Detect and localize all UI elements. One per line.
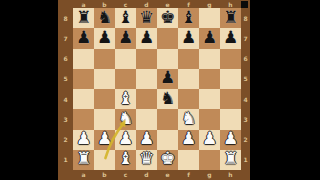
rank-label-4: 4 (241, 89, 250, 109)
rank-label-4: 4 (58, 89, 73, 109)
rank-labels-right: 87654321 (241, 8, 250, 170)
square-h5[interactable] (220, 69, 241, 89)
square-c5[interactable] (115, 69, 136, 89)
square-h8[interactable]: ♜ (220, 8, 241, 28)
square-g2[interactable]: ♟ (199, 130, 220, 150)
square-e6[interactable] (157, 49, 178, 69)
piece-black-pawn: ♟ (160, 69, 175, 86)
square-e5[interactable]: ♟ (157, 69, 178, 89)
square-a4[interactable] (73, 89, 94, 109)
piece-white-pawn: ♟ (202, 130, 217, 147)
square-f6[interactable] (178, 49, 199, 69)
piece-white-queen: ♛ (139, 150, 154, 167)
rank-label-3: 3 (241, 109, 250, 129)
square-e3[interactable] (157, 109, 178, 129)
square-c7[interactable]: ♟ (115, 28, 136, 48)
rank-labels-left: 87654321 (58, 8, 73, 170)
square-d2[interactable]: ♟ (136, 130, 157, 150)
square-h4[interactable] (220, 89, 241, 109)
piece-black-pawn: ♟ (181, 29, 196, 46)
square-c1[interactable]: ♝ (115, 150, 136, 170)
piece-white-pawn: ♟ (139, 130, 154, 147)
piece-white-rook: ♜ (76, 150, 91, 167)
file-label-c: c (115, 170, 136, 180)
piece-white-knight: ♞ (118, 110, 133, 127)
square-f5[interactable] (178, 69, 199, 89)
rank-label-8: 8 (58, 8, 73, 28)
square-b7[interactable]: ♟ (94, 28, 115, 48)
piece-black-knight: ♞ (160, 90, 175, 107)
square-b4[interactable] (94, 89, 115, 109)
piece-white-bishop: ♝ (118, 90, 133, 107)
square-d5[interactable] (136, 69, 157, 89)
piece-black-queen: ♛ (139, 9, 154, 26)
square-g8[interactable] (199, 8, 220, 28)
file-label-g: g (199, 0, 220, 8)
square-g6[interactable] (199, 49, 220, 69)
file-labels-bottom: abcdefgh (73, 170, 241, 180)
piece-white-pawn: ♟ (97, 130, 112, 147)
square-b6[interactable] (94, 49, 115, 69)
square-c6[interactable] (115, 49, 136, 69)
square-e4[interactable]: ♞ (157, 89, 178, 109)
file-label-b: b (94, 170, 115, 180)
piece-black-rook: ♜ (76, 9, 91, 26)
piece-black-pawn: ♟ (139, 29, 154, 46)
piece-black-king: ♚ (160, 9, 175, 26)
square-a6[interactable] (73, 49, 94, 69)
file-label-h: h (220, 170, 241, 180)
piece-black-bishop: ♝ (181, 9, 196, 26)
piece-white-bishop: ♝ (118, 150, 133, 167)
square-b8[interactable]: ♞ (94, 8, 115, 28)
square-g1[interactable] (199, 150, 220, 170)
square-f2[interactable]: ♟ (178, 130, 199, 150)
file-label-f: f (178, 170, 199, 180)
square-e8[interactable]: ♚ (157, 8, 178, 28)
square-c3[interactable]: ♞ (115, 109, 136, 129)
piece-black-pawn: ♟ (97, 29, 112, 46)
square-d7[interactable]: ♟ (136, 28, 157, 48)
piece-black-bishop: ♝ (118, 9, 133, 26)
video-frame: abcdefgh abcdefgh 87654321 87654321 ♜♞♝♛… (0, 0, 320, 180)
square-a5[interactable] (73, 69, 94, 89)
piece-white-pawn: ♟ (181, 130, 196, 147)
rank-label-7: 7 (58, 28, 73, 48)
square-a1[interactable]: ♜ (73, 150, 94, 170)
piece-black-pawn: ♟ (223, 29, 238, 46)
square-d1[interactable]: ♛ (136, 150, 157, 170)
square-c8[interactable]: ♝ (115, 8, 136, 28)
square-b1[interactable] (94, 150, 115, 170)
piece-white-pawn: ♟ (76, 130, 91, 147)
rank-label-2: 2 (241, 130, 250, 150)
square-h3[interactable] (220, 109, 241, 129)
rank-label-7: 7 (241, 28, 250, 48)
square-h6[interactable] (220, 49, 241, 69)
rank-label-8: 8 (241, 8, 250, 28)
piece-black-rook: ♜ (223, 9, 238, 26)
rank-label-3: 3 (58, 109, 73, 129)
square-d3[interactable] (136, 109, 157, 129)
square-b5[interactable] (94, 69, 115, 89)
piece-black-pawn: ♟ (118, 29, 133, 46)
file-label-g: g (199, 170, 220, 180)
square-d8[interactable]: ♛ (136, 8, 157, 28)
square-g4[interactable] (199, 89, 220, 109)
square-h7[interactable]: ♟ (220, 28, 241, 48)
square-a2[interactable]: ♟ (73, 130, 94, 150)
piece-white-king: ♚ (160, 150, 175, 167)
square-f7[interactable]: ♟ (178, 28, 199, 48)
piece-white-pawn: ♟ (223, 130, 238, 147)
square-d6[interactable] (136, 49, 157, 69)
rank-label-6: 6 (58, 49, 73, 69)
piece-black-pawn: ♟ (76, 29, 91, 46)
piece-black-knight: ♞ (97, 9, 112, 26)
square-d4[interactable] (136, 89, 157, 109)
board-squares: ♜♞♝♛♚♝♜♟♟♟♟♟♟♟♟♝♞♞♞♟♟♟♟♟♟♟♜♝♛♚♜ (73, 8, 241, 170)
square-b3[interactable] (94, 109, 115, 129)
square-f4[interactable] (178, 89, 199, 109)
square-e2[interactable] (157, 130, 178, 150)
piece-black-pawn: ♟ (202, 29, 217, 46)
square-e7[interactable] (157, 28, 178, 48)
piece-white-rook: ♜ (223, 150, 238, 167)
file-label-a: a (73, 170, 94, 180)
square-f8[interactable]: ♝ (178, 8, 199, 28)
square-f1[interactable] (178, 150, 199, 170)
square-a7[interactable]: ♟ (73, 28, 94, 48)
rank-label-5: 5 (58, 69, 73, 89)
square-f3[interactable]: ♞ (178, 109, 199, 129)
square-h2[interactable]: ♟ (220, 130, 241, 150)
square-c2[interactable]: ♟ (115, 130, 136, 150)
rank-label-2: 2 (58, 130, 73, 150)
piece-white-pawn: ♟ (118, 130, 133, 147)
square-g7[interactable]: ♟ (199, 28, 220, 48)
square-a3[interactable] (73, 109, 94, 129)
square-e1[interactable]: ♚ (157, 150, 178, 170)
file-label-e: e (157, 170, 178, 180)
rank-label-1: 1 (58, 150, 73, 170)
rank-label-1: 1 (241, 150, 250, 170)
rank-label-5: 5 (241, 69, 250, 89)
square-h1[interactable]: ♜ (220, 150, 241, 170)
square-c4[interactable]: ♝ (115, 89, 136, 109)
square-g5[interactable] (199, 69, 220, 89)
file-label-d: d (136, 170, 157, 180)
corner-marker-icon (241, 1, 248, 8)
chess-board: abcdefgh abcdefgh 87654321 87654321 ♜♞♝♛… (58, 0, 250, 180)
rank-label-6: 6 (241, 49, 250, 69)
square-b2[interactable]: ♟ (94, 130, 115, 150)
square-g3[interactable] (199, 109, 220, 129)
square-a8[interactable]: ♜ (73, 8, 94, 28)
piece-white-knight: ♞ (181, 110, 196, 127)
